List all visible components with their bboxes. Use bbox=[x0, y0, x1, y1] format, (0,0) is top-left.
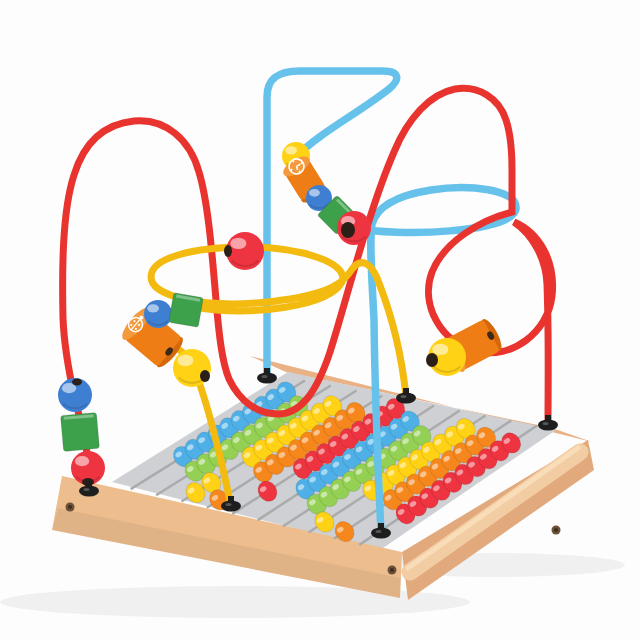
wire-bead-red-ball bbox=[337, 211, 371, 245]
grommet-sheen bbox=[226, 503, 232, 506]
grommet-flange bbox=[257, 373, 277, 384]
screw-center bbox=[554, 528, 558, 532]
grommet-sheen bbox=[376, 530, 382, 533]
grommet-sheen bbox=[84, 488, 90, 491]
bead-maze-scene bbox=[0, 0, 640, 640]
ball-hole bbox=[200, 370, 210, 382]
wire-bead-green-cube bbox=[169, 293, 204, 328]
ball-highlight bbox=[230, 238, 246, 249]
wire-bead-blue-ball bbox=[58, 378, 92, 412]
ball-hole bbox=[224, 245, 232, 257]
toy-product-photo bbox=[0, 0, 640, 640]
grommet-sheen bbox=[401, 395, 407, 398]
ball-highlight bbox=[285, 146, 297, 154]
grommet-flange bbox=[396, 393, 416, 404]
grommet-sheen bbox=[262, 375, 268, 378]
ball-hole bbox=[426, 353, 438, 367]
ball-body bbox=[144, 300, 172, 328]
wire-bead-yellow-ball bbox=[173, 349, 211, 387]
ball-hole bbox=[72, 379, 82, 386]
grommet-flange bbox=[221, 501, 241, 512]
ball-highlight bbox=[147, 304, 159, 312]
grommet-flange bbox=[79, 486, 99, 497]
ball-highlight bbox=[177, 355, 193, 366]
ball-hole bbox=[341, 222, 355, 238]
wire-bead-blue-ball bbox=[144, 300, 172, 328]
ball-highlight bbox=[75, 456, 89, 466]
ball-highlight bbox=[309, 189, 320, 197]
screw-center bbox=[68, 505, 72, 509]
grommet-flange bbox=[538, 420, 558, 431]
screw-center bbox=[390, 568, 394, 572]
grommet-flange bbox=[371, 528, 391, 539]
grommet-sheen bbox=[543, 422, 549, 425]
wire-bead-green-cube bbox=[60, 412, 99, 451]
ball-highlight bbox=[432, 344, 448, 355]
